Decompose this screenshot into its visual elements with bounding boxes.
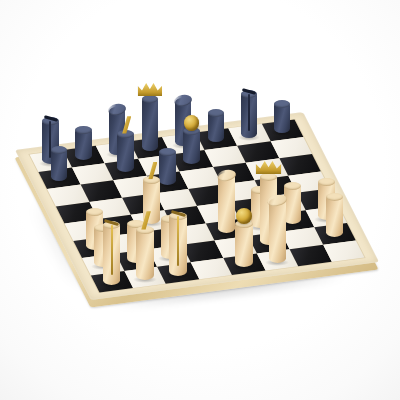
gold-crown <box>138 83 163 96</box>
angled-cut-top <box>107 103 127 117</box>
product-photo <box>0 0 400 400</box>
board-grid <box>30 120 365 293</box>
slit-notch <box>43 115 57 122</box>
gold-blade <box>122 116 131 133</box>
square-h1 <box>323 240 365 262</box>
slit-notch <box>242 89 256 96</box>
angled-cut-top <box>173 94 193 108</box>
